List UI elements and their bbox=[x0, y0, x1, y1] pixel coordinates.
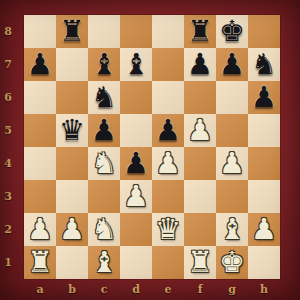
black-rook-piece[interactable]: ♜ bbox=[56, 15, 88, 48]
square-g5[interactable] bbox=[216, 114, 248, 147]
file-label-h: h bbox=[248, 279, 280, 300]
square-h8[interactable] bbox=[248, 15, 280, 48]
square-d6[interactable] bbox=[120, 81, 152, 114]
black-pawn-piece[interactable]: ♟ bbox=[24, 48, 56, 81]
square-a4[interactable] bbox=[24, 147, 56, 180]
white-rook-piece[interactable]: ♜ bbox=[184, 246, 216, 279]
rank-label-1: 1 bbox=[0, 246, 24, 279]
square-g4[interactable]: ♟ bbox=[216, 147, 248, 180]
white-queen-piece[interactable]: ♛ bbox=[152, 213, 184, 246]
square-e4[interactable]: ♟ bbox=[152, 147, 184, 180]
white-pawn-piece[interactable]: ♟ bbox=[248, 213, 280, 246]
square-b7[interactable] bbox=[56, 48, 88, 81]
rank-label-2: 2 bbox=[0, 213, 24, 246]
square-b6[interactable] bbox=[56, 81, 88, 114]
white-pawn-piece[interactable]: ♟ bbox=[152, 147, 184, 180]
square-g8[interactable]: ♚ bbox=[216, 15, 248, 48]
white-pawn-piece[interactable]: ♟ bbox=[24, 213, 56, 246]
square-a7[interactable]: ♟ bbox=[24, 48, 56, 81]
white-pawn-piece[interactable]: ♟ bbox=[216, 147, 248, 180]
square-d7[interactable]: ♝ bbox=[120, 48, 152, 81]
white-pawn-piece[interactable]: ♟ bbox=[120, 180, 152, 213]
square-c3[interactable] bbox=[88, 180, 120, 213]
square-d3[interactable]: ♟ bbox=[120, 180, 152, 213]
square-f7[interactable]: ♟ bbox=[184, 48, 216, 81]
black-knight-piece[interactable]: ♞ bbox=[88, 81, 120, 114]
square-g6[interactable] bbox=[216, 81, 248, 114]
square-e5[interactable]: ♟ bbox=[152, 114, 184, 147]
black-pawn-piece[interactable]: ♟ bbox=[216, 48, 248, 81]
square-c8[interactable] bbox=[88, 15, 120, 48]
rank-label-6: 6 bbox=[0, 81, 24, 114]
black-pawn-piece[interactable]: ♟ bbox=[248, 81, 280, 114]
white-knight-piece[interactable]: ♞ bbox=[88, 213, 120, 246]
rank-label-7: 7 bbox=[0, 48, 24, 81]
square-h7[interactable]: ♞ bbox=[248, 48, 280, 81]
file-label-e: e bbox=[152, 279, 184, 300]
file-label-d: d bbox=[120, 279, 152, 300]
square-d2[interactable] bbox=[120, 213, 152, 246]
square-a5[interactable] bbox=[24, 114, 56, 147]
square-g3[interactable] bbox=[216, 180, 248, 213]
square-h5[interactable] bbox=[248, 114, 280, 147]
black-pawn-piece[interactable]: ♟ bbox=[120, 147, 152, 180]
square-a3[interactable] bbox=[24, 180, 56, 213]
square-d8[interactable] bbox=[120, 15, 152, 48]
square-e7[interactable] bbox=[152, 48, 184, 81]
black-king-piece[interactable]: ♚ bbox=[216, 15, 248, 48]
square-c4[interactable]: ♞ bbox=[88, 147, 120, 180]
square-f3[interactable] bbox=[184, 180, 216, 213]
square-h1[interactable] bbox=[248, 246, 280, 279]
square-h6[interactable]: ♟ bbox=[248, 81, 280, 114]
square-a6[interactable] bbox=[24, 81, 56, 114]
square-c6[interactable]: ♞ bbox=[88, 81, 120, 114]
square-f8[interactable]: ♜ bbox=[184, 15, 216, 48]
black-rook-piece[interactable]: ♜ bbox=[184, 15, 216, 48]
square-e3[interactable] bbox=[152, 180, 184, 213]
square-b2[interactable]: ♟ bbox=[56, 213, 88, 246]
file-label-f: f bbox=[184, 279, 216, 300]
rank-label-3: 3 bbox=[0, 180, 24, 213]
file-labels: abcdefgh bbox=[24, 279, 280, 300]
square-c1[interactable]: ♝ bbox=[88, 246, 120, 279]
square-f1[interactable]: ♜ bbox=[184, 246, 216, 279]
black-pawn-piece[interactable]: ♟ bbox=[184, 48, 216, 81]
white-king-piece[interactable]: ♚ bbox=[216, 246, 248, 279]
square-f2[interactable] bbox=[184, 213, 216, 246]
black-knight-piece[interactable]: ♞ bbox=[248, 48, 280, 81]
square-e2[interactable]: ♛ bbox=[152, 213, 184, 246]
square-b8[interactable]: ♜ bbox=[56, 15, 88, 48]
white-bishop-piece[interactable]: ♝ bbox=[216, 213, 248, 246]
black-pawn-piece[interactable]: ♟ bbox=[152, 114, 184, 147]
square-f5[interactable]: ♟ bbox=[184, 114, 216, 147]
square-e6[interactable] bbox=[152, 81, 184, 114]
white-pawn-piece[interactable]: ♟ bbox=[56, 213, 88, 246]
rank-labels: 87654321 bbox=[0, 15, 24, 279]
square-f4[interactable] bbox=[184, 147, 216, 180]
file-label-c: c bbox=[88, 279, 120, 300]
square-d4[interactable]: ♟ bbox=[120, 147, 152, 180]
black-bishop-piece[interactable]: ♝ bbox=[120, 48, 152, 81]
square-h2[interactable]: ♟ bbox=[248, 213, 280, 246]
square-h4[interactable] bbox=[248, 147, 280, 180]
square-a1[interactable]: ♜ bbox=[24, 246, 56, 279]
square-g7[interactable]: ♟ bbox=[216, 48, 248, 81]
white-pawn-piece[interactable]: ♟ bbox=[184, 114, 216, 147]
square-b1[interactable] bbox=[56, 246, 88, 279]
file-label-a: a bbox=[24, 279, 56, 300]
white-rook-piece[interactable]: ♜ bbox=[24, 246, 56, 279]
black-bishop-piece[interactable]: ♝ bbox=[88, 48, 120, 81]
white-bishop-piece[interactable]: ♝ bbox=[88, 246, 120, 279]
rank-label-4: 4 bbox=[0, 147, 24, 180]
square-c2[interactable]: ♞ bbox=[88, 213, 120, 246]
file-label-g: g bbox=[216, 279, 248, 300]
white-knight-piece[interactable]: ♞ bbox=[88, 147, 120, 180]
square-f6[interactable] bbox=[184, 81, 216, 114]
square-a2[interactable]: ♟ bbox=[24, 213, 56, 246]
chess-board-diagram: 87654321 ♜♜♚♟♝♝♟♟♞♞♟♛♟♟♟♞♟♟♟♟♟♟♞♛♝♟♜♝♜♚ … bbox=[0, 0, 300, 300]
square-h3[interactable] bbox=[248, 180, 280, 213]
chess-board: ♜♜♚♟♝♝♟♟♞♞♟♛♟♟♟♞♟♟♟♟♟♟♞♛♝♟♜♝♜♚ bbox=[24, 15, 280, 279]
rank-label-5: 5 bbox=[0, 114, 24, 147]
square-c5[interactable]: ♟ bbox=[88, 114, 120, 147]
square-d1[interactable] bbox=[120, 246, 152, 279]
square-g1[interactable]: ♚ bbox=[216, 246, 248, 279]
square-b3[interactable] bbox=[56, 180, 88, 213]
file-label-b: b bbox=[56, 279, 88, 300]
square-a8[interactable] bbox=[24, 15, 56, 48]
black-pawn-piece[interactable]: ♟ bbox=[88, 114, 120, 147]
square-e8[interactable] bbox=[152, 15, 184, 48]
square-e1[interactable] bbox=[152, 246, 184, 279]
square-b5[interactable]: ♛ bbox=[56, 114, 88, 147]
square-c7[interactable]: ♝ bbox=[88, 48, 120, 81]
square-d5[interactable] bbox=[120, 114, 152, 147]
square-g2[interactable]: ♝ bbox=[216, 213, 248, 246]
square-b4[interactable] bbox=[56, 147, 88, 180]
rank-label-8: 8 bbox=[0, 15, 24, 48]
black-queen-piece[interactable]: ♛ bbox=[56, 114, 88, 147]
